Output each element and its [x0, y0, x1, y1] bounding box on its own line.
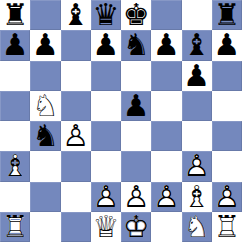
chess-board: ♜♝♛♚♜♟♟♟♞♟♝♟♟♞♘♟♞♟♙♝♗♟♙♟♙♟♙♟♙♝♗♟♙♜♖♛♕♚♔♞…: [0, 0, 242, 242]
square-b6[interactable]: [30, 61, 60, 91]
square-e1[interactable]: ♚♔: [121, 212, 151, 242]
piece-black-pawn[interactable]: ♟: [0, 30, 30, 60]
square-b3[interactable]: [30, 151, 60, 181]
square-d8[interactable]: ♛: [91, 0, 121, 30]
square-b1[interactable]: [30, 212, 60, 242]
piece-black-pawn[interactable]: ♟: [91, 30, 121, 60]
square-d2[interactable]: ♟♙: [91, 182, 121, 212]
piece-white-bishop[interactable]: ♝♗: [0, 151, 30, 181]
piece-black-knight[interactable]: ♞: [30, 121, 60, 151]
square-b8[interactable]: [30, 0, 60, 30]
white-piece-outline-glyph: ♗: [182, 182, 212, 212]
square-h3[interactable]: [212, 151, 242, 181]
square-f5[interactable]: [151, 91, 181, 121]
black-piece-glyph: ♝: [61, 0, 91, 30]
black-piece-glyph: ♟: [182, 61, 212, 91]
piece-white-rook[interactable]: ♜♖: [212, 212, 242, 242]
piece-black-pawn[interactable]: ♟: [30, 30, 60, 60]
square-g7[interactable]: ♝: [182, 30, 212, 60]
black-piece-glyph: ♜: [0, 0, 30, 30]
square-c5[interactable]: [61, 91, 91, 121]
piece-white-knight[interactable]: ♞♘: [182, 212, 212, 242]
square-b5[interactable]: ♞♘: [30, 91, 60, 121]
black-piece-glyph: ♟: [0, 30, 30, 60]
black-piece-glyph: ♚: [121, 0, 151, 30]
square-g3[interactable]: ♟♙: [182, 151, 212, 181]
square-f3[interactable]: [151, 151, 181, 181]
square-c2[interactable]: [61, 182, 91, 212]
square-c4[interactable]: ♟♙: [61, 121, 91, 151]
square-a5[interactable]: [0, 91, 30, 121]
white-piece-outline-glyph: ♘: [182, 212, 212, 242]
square-f7[interactable]: ♟: [151, 30, 181, 60]
piece-black-king[interactable]: ♚: [121, 0, 151, 30]
square-f2[interactable]: ♟♙: [151, 182, 181, 212]
square-b2[interactable]: [30, 182, 60, 212]
square-h7[interactable]: ♟: [212, 30, 242, 60]
square-e5[interactable]: ♟: [121, 91, 151, 121]
piece-black-queen[interactable]: ♛: [91, 0, 121, 30]
square-e2[interactable]: ♟♙: [121, 182, 151, 212]
square-f1[interactable]: [151, 212, 181, 242]
square-a6[interactable]: [0, 61, 30, 91]
square-d5[interactable]: [91, 91, 121, 121]
square-h6[interactable]: [212, 61, 242, 91]
piece-black-pawn[interactable]: ♟: [182, 61, 212, 91]
white-piece-outline-glyph: ♕: [91, 212, 121, 242]
piece-white-pawn[interactable]: ♟♙: [91, 182, 121, 212]
black-piece-glyph: ♟: [212, 30, 242, 60]
square-e6[interactable]: [121, 61, 151, 91]
square-g5[interactable]: [182, 91, 212, 121]
piece-black-pawn[interactable]: ♟: [212, 30, 242, 60]
black-piece-glyph: ♟: [121, 91, 151, 121]
black-piece-glyph: ♟: [151, 30, 181, 60]
white-piece-outline-glyph: ♖: [0, 212, 30, 242]
square-d6[interactable]: [91, 61, 121, 91]
square-a8[interactable]: ♜: [0, 0, 30, 30]
square-a4[interactable]: [0, 121, 30, 151]
square-e8[interactable]: ♚: [121, 0, 151, 30]
piece-black-rook[interactable]: ♜: [212, 0, 242, 30]
square-c6[interactable]: [61, 61, 91, 91]
square-c3[interactable]: [61, 151, 91, 181]
piece-white-bishop[interactable]: ♝♗: [182, 182, 212, 212]
square-d7[interactable]: ♟: [91, 30, 121, 60]
square-h2[interactable]: ♟♙: [212, 182, 242, 212]
square-h1[interactable]: ♜♖: [212, 212, 242, 242]
black-piece-glyph: ♜: [212, 0, 242, 30]
piece-white-pawn[interactable]: ♟♙: [61, 121, 91, 151]
square-h5[interactable]: [212, 91, 242, 121]
square-f8[interactable]: [151, 0, 181, 30]
white-piece-outline-glyph: ♙: [91, 182, 121, 212]
square-b7[interactable]: ♟: [30, 30, 60, 60]
piece-white-queen[interactable]: ♛♕: [91, 212, 121, 242]
black-piece-glyph: ♞: [30, 121, 60, 151]
square-a3[interactable]: ♝♗: [0, 151, 30, 181]
piece-black-bishop[interactable]: ♝: [182, 30, 212, 60]
piece-white-rook[interactable]: ♜♖: [0, 212, 30, 242]
square-g8[interactable]: [182, 0, 212, 30]
black-piece-glyph: ♝: [182, 30, 212, 60]
white-piece-outline-glyph: ♙: [151, 182, 181, 212]
square-g1[interactable]: ♞♘: [182, 212, 212, 242]
square-d3[interactable]: [91, 151, 121, 181]
white-piece-outline-glyph: ♖: [212, 212, 242, 242]
square-d1[interactable]: ♛♕: [91, 212, 121, 242]
square-h8[interactable]: ♜: [212, 0, 242, 30]
piece-white-pawn[interactable]: ♟♙: [121, 182, 151, 212]
piece-black-pawn[interactable]: ♟: [151, 30, 181, 60]
white-piece-outline-glyph: ♘: [30, 91, 60, 121]
piece-white-king[interactable]: ♚♔: [121, 212, 151, 242]
white-piece-outline-glyph: ♙: [182, 151, 212, 181]
black-piece-glyph: ♞: [121, 30, 151, 60]
white-piece-outline-glyph: ♙: [212, 182, 242, 212]
square-e7[interactable]: ♞: [121, 30, 151, 60]
piece-white-pawn[interactable]: ♟♙: [151, 182, 181, 212]
square-e3[interactable]: [121, 151, 151, 181]
white-piece-outline-glyph: ♔: [121, 212, 151, 242]
square-d4[interactable]: [91, 121, 121, 151]
square-g2[interactable]: ♝♗: [182, 182, 212, 212]
square-c1[interactable]: [61, 212, 91, 242]
square-c8[interactable]: ♝: [61, 0, 91, 30]
piece-black-rook[interactable]: ♜: [0, 0, 30, 30]
square-a2[interactable]: [0, 182, 30, 212]
piece-black-bishop[interactable]: ♝: [61, 0, 91, 30]
square-g6[interactable]: ♟: [182, 61, 212, 91]
piece-white-pawn[interactable]: ♟♙: [212, 182, 242, 212]
square-e4[interactable]: [121, 121, 151, 151]
white-piece-outline-glyph: ♙: [121, 182, 151, 212]
square-a7[interactable]: ♟: [0, 30, 30, 60]
piece-black-knight[interactable]: ♞: [121, 30, 151, 60]
black-piece-glyph: ♛: [91, 0, 121, 30]
square-f6[interactable]: [151, 61, 181, 91]
piece-white-knight[interactable]: ♞♘: [30, 91, 60, 121]
square-h4[interactable]: [212, 121, 242, 151]
piece-white-pawn[interactable]: ♟♙: [182, 151, 212, 181]
square-b4[interactable]: ♞: [30, 121, 60, 151]
black-piece-glyph: ♟: [30, 30, 60, 60]
white-piece-outline-glyph: ♙: [61, 121, 91, 151]
square-c7[interactable]: [61, 30, 91, 60]
square-a1[interactable]: ♜♖: [0, 212, 30, 242]
square-f4[interactable]: [151, 121, 181, 151]
piece-black-pawn[interactable]: ♟: [121, 91, 151, 121]
black-piece-glyph: ♟: [91, 30, 121, 60]
square-g4[interactable]: [182, 121, 212, 151]
white-piece-outline-glyph: ♗: [0, 151, 30, 181]
